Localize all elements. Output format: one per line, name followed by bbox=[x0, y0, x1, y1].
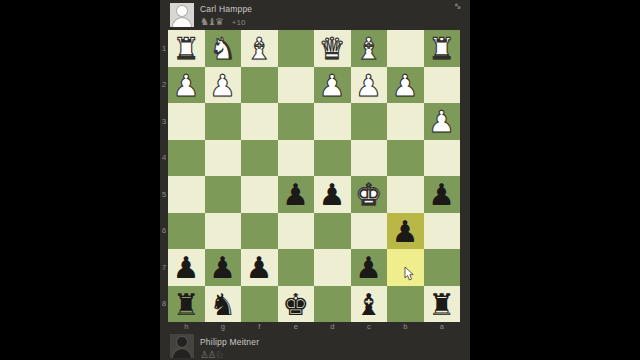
top-player-avatar bbox=[170, 3, 194, 27]
avatar-head bbox=[177, 6, 187, 16]
piece-white-bishop[interactable]: ♝ bbox=[351, 30, 388, 67]
square-f3[interactable] bbox=[241, 103, 278, 140]
piece-white-knight[interactable]: ♞ bbox=[205, 30, 242, 67]
piece-black-pawn[interactable]: ♟ bbox=[351, 249, 388, 286]
file-label-b: b bbox=[387, 322, 424, 332]
square-d5[interactable]: ♟ bbox=[314, 176, 351, 213]
square-a6[interactable] bbox=[424, 213, 461, 250]
piece-black-pawn[interactable]: ♟ bbox=[168, 249, 205, 286]
square-h1[interactable]: ♜ bbox=[168, 30, 205, 67]
square-c7[interactable]: ♟ bbox=[351, 249, 388, 286]
piece-white-pawn[interactable]: ♟ bbox=[351, 67, 388, 104]
bottom-captured-pieces: ♙♙♘ bbox=[200, 347, 227, 359]
square-h6[interactable] bbox=[168, 213, 205, 250]
piece-white-pawn[interactable]: ♟ bbox=[168, 67, 205, 104]
rank-label-8: 8 bbox=[160, 286, 168, 323]
rank-coordinates: 12345678 bbox=[160, 30, 168, 322]
square-h5[interactable] bbox=[168, 176, 205, 213]
square-c8[interactable]: ♝ bbox=[351, 286, 388, 323]
square-d6[interactable] bbox=[314, 213, 351, 250]
piece-black-bishop[interactable]: ♝ bbox=[351, 286, 388, 323]
square-d3[interactable] bbox=[314, 103, 351, 140]
square-h8[interactable]: ♜ bbox=[168, 286, 205, 323]
captured-pieces-icons: ♞♝♛ bbox=[200, 16, 222, 27]
square-g2[interactable]: ♟ bbox=[205, 67, 242, 104]
square-e5[interactable]: ♟ bbox=[278, 176, 315, 213]
piece-black-knight[interactable]: ♞ bbox=[205, 286, 242, 323]
chess-board: ♜♞♝♛♝♜♟♟♟♟♟♟♟♟♚♟♟♟♟♟♟♜♞♚♝♜ bbox=[168, 30, 460, 322]
piece-black-pawn[interactable]: ♟ bbox=[314, 176, 351, 213]
file-label-h: h bbox=[168, 322, 205, 332]
piece-white-bishop[interactable]: ♝ bbox=[241, 30, 278, 67]
material-advantage: +10 bbox=[232, 18, 246, 27]
square-b5[interactable] bbox=[387, 176, 424, 213]
square-h7[interactable]: ♟ bbox=[168, 249, 205, 286]
square-f5[interactable] bbox=[241, 176, 278, 213]
square-h4[interactable] bbox=[168, 140, 205, 177]
square-g8[interactable]: ♞ bbox=[205, 286, 242, 323]
piece-black-pawn[interactable]: ♟ bbox=[387, 213, 424, 250]
square-g4[interactable] bbox=[205, 140, 242, 177]
square-b6[interactable]: ♟ bbox=[387, 213, 424, 250]
square-b2[interactable]: ♟ bbox=[387, 67, 424, 104]
square-c5[interactable]: ♚ bbox=[351, 176, 388, 213]
square-f2[interactable] bbox=[241, 67, 278, 104]
rank-label-4: 4 bbox=[160, 140, 168, 177]
piece-black-pawn[interactable]: ♟ bbox=[241, 249, 278, 286]
rank-label-7: 7 bbox=[160, 249, 168, 286]
captured-pieces-icons: ♙♙♘ bbox=[200, 349, 222, 360]
bottom-player-bar: Philipp Meitner ♙♙♘ bbox=[160, 332, 470, 360]
square-a1[interactable]: ♜ bbox=[424, 30, 461, 67]
piece-white-pawn[interactable]: ♟ bbox=[314, 67, 351, 104]
square-g1[interactable]: ♞ bbox=[205, 30, 242, 67]
square-a2[interactable] bbox=[424, 67, 461, 104]
square-g5[interactable] bbox=[205, 176, 242, 213]
avatar-torso bbox=[173, 349, 191, 358]
square-c6[interactable] bbox=[351, 213, 388, 250]
piece-black-rook[interactable]: ♜ bbox=[168, 286, 205, 323]
square-e8[interactable]: ♚ bbox=[278, 286, 315, 323]
square-f8[interactable] bbox=[241, 286, 278, 323]
piece-white-king[interactable]: ♚ bbox=[351, 176, 388, 213]
file-label-f: f bbox=[241, 322, 278, 332]
piece-white-rook[interactable]: ♜ bbox=[168, 30, 205, 67]
square-d4[interactable] bbox=[314, 140, 351, 177]
square-f1[interactable]: ♝ bbox=[241, 30, 278, 67]
piece-black-pawn[interactable]: ♟ bbox=[278, 176, 315, 213]
file-label-e: e bbox=[278, 322, 315, 332]
bottom-player-name: Philipp Meitner bbox=[200, 337, 259, 347]
square-h2[interactable]: ♟ bbox=[168, 67, 205, 104]
screen: Carl Hamppe ♞♝♛ +10 ↔ 12345678 ♜♞♝♛♝♜♟♟♟… bbox=[0, 0, 640, 360]
resize-icon[interactable]: ↔ bbox=[452, 0, 464, 12]
bottom-player-avatar bbox=[170, 334, 194, 358]
square-b1[interactable] bbox=[387, 30, 424, 67]
square-f7[interactable]: ♟ bbox=[241, 249, 278, 286]
square-c2[interactable]: ♟ bbox=[351, 67, 388, 104]
square-a8[interactable]: ♜ bbox=[424, 286, 461, 323]
piece-white-pawn[interactable]: ♟ bbox=[205, 67, 242, 104]
file-coordinates: hgfedcba bbox=[168, 322, 460, 332]
square-g3[interactable] bbox=[205, 103, 242, 140]
square-e1[interactable] bbox=[278, 30, 315, 67]
piece-black-pawn[interactable]: ♟ bbox=[205, 249, 242, 286]
square-d2[interactable]: ♟ bbox=[314, 67, 351, 104]
square-e7[interactable] bbox=[278, 249, 315, 286]
square-b4[interactable] bbox=[387, 140, 424, 177]
square-b3[interactable] bbox=[387, 103, 424, 140]
avatar-torso bbox=[173, 18, 191, 27]
avatar-head bbox=[177, 337, 187, 347]
file-label-g: g bbox=[205, 322, 242, 332]
square-g7[interactable]: ♟ bbox=[205, 249, 242, 286]
square-c4[interactable] bbox=[351, 140, 388, 177]
square-a5[interactable]: ♟ bbox=[424, 176, 461, 213]
piece-white-queen[interactable]: ♛ bbox=[314, 30, 351, 67]
file-label-c: c bbox=[351, 322, 388, 332]
mouse-cursor bbox=[404, 267, 416, 282]
top-captured-pieces: ♞♝♛ +10 bbox=[200, 14, 245, 26]
piece-black-king[interactable]: ♚ bbox=[278, 286, 315, 323]
square-a4[interactable] bbox=[424, 140, 461, 177]
top-player-bar: Carl Hamppe ♞♝♛ +10 ↔ bbox=[160, 0, 470, 30]
piece-white-pawn[interactable]: ♟ bbox=[387, 67, 424, 104]
square-d7[interactable] bbox=[314, 249, 351, 286]
square-a7[interactable] bbox=[424, 249, 461, 286]
square-d8[interactable] bbox=[314, 286, 351, 323]
square-a3[interactable]: ♟ bbox=[424, 103, 461, 140]
square-c3[interactable] bbox=[351, 103, 388, 140]
square-c1[interactable]: ♝ bbox=[351, 30, 388, 67]
square-b8[interactable] bbox=[387, 286, 424, 323]
rank-label-5: 5 bbox=[160, 176, 168, 213]
rank-label-3: 3 bbox=[160, 103, 168, 140]
chess-app-panel: Carl Hamppe ♞♝♛ +10 ↔ 12345678 ♜♞♝♛♝♜♟♟♟… bbox=[160, 0, 470, 360]
square-g6[interactable] bbox=[205, 213, 242, 250]
rank-label-6: 6 bbox=[160, 213, 168, 250]
file-label-a: a bbox=[424, 322, 461, 332]
square-d1[interactable]: ♛ bbox=[314, 30, 351, 67]
piece-white-rook[interactable]: ♜ bbox=[424, 30, 461, 67]
rank-label-2: 2 bbox=[160, 67, 168, 104]
square-f4[interactable] bbox=[241, 140, 278, 177]
square-e6[interactable] bbox=[278, 213, 315, 250]
piece-black-pawn[interactable]: ♟ bbox=[424, 176, 461, 213]
square-e4[interactable] bbox=[278, 140, 315, 177]
piece-white-pawn[interactable]: ♟ bbox=[424, 103, 461, 140]
square-f6[interactable] bbox=[241, 213, 278, 250]
square-e3[interactable] bbox=[278, 103, 315, 140]
piece-black-rook[interactable]: ♜ bbox=[424, 286, 461, 323]
square-e2[interactable] bbox=[278, 67, 315, 104]
file-label-d: d bbox=[314, 322, 351, 332]
rank-label-1: 1 bbox=[160, 30, 168, 67]
square-h3[interactable] bbox=[168, 103, 205, 140]
